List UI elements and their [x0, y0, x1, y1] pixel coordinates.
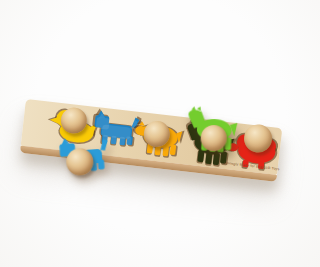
cow-piece[interactable] [131, 115, 185, 161]
dog-piece[interactable] [56, 134, 114, 181]
horse-piece[interactable] [183, 106, 241, 154]
product-photo: Lovingly Made for Bigjigs® Toys [0, 0, 320, 267]
